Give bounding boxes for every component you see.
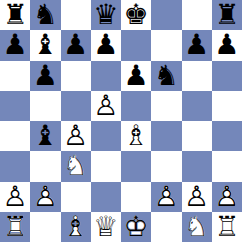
square-g2[interactable]: ♟♙ xyxy=(182,182,212,212)
piece-white-bishop[interactable]: ♝♗ xyxy=(124,121,149,151)
square-g8[interactable] xyxy=(182,0,212,30)
piece-black-pawn[interactable]: ♟ xyxy=(3,30,28,60)
square-h8[interactable]: ♜ xyxy=(212,0,242,30)
square-g7[interactable]: ♟ xyxy=(182,30,212,60)
square-a1[interactable]: ♜♖ xyxy=(0,212,30,242)
square-c5[interactable] xyxy=(61,91,91,121)
piece-black-pawn[interactable]: ♟ xyxy=(214,30,239,60)
white-piece-outline: ♙ xyxy=(93,89,118,122)
piece-white-rook[interactable]: ♜♖ xyxy=(214,212,239,242)
white-piece-outline: ♖ xyxy=(214,210,239,242)
piece-black-rook[interactable]: ♜ xyxy=(3,0,28,30)
piece-black-bishop[interactable]: ♝ xyxy=(33,121,58,151)
square-h4[interactable] xyxy=(212,121,242,151)
square-c2[interactable] xyxy=(61,182,91,212)
square-a5[interactable] xyxy=(0,91,30,121)
square-e3[interactable] xyxy=(121,151,151,181)
square-b7[interactable]: ♝ xyxy=(30,30,60,60)
square-a2[interactable]: ♟♙ xyxy=(0,182,30,212)
square-e8[interactable]: ♚ xyxy=(121,0,151,30)
square-g5[interactable] xyxy=(182,91,212,121)
square-g1[interactable]: ♞♘ xyxy=(182,212,212,242)
square-h2[interactable]: ♟♙ xyxy=(212,182,242,212)
white-piece-outline: ♗ xyxy=(124,119,149,152)
white-piece-outline: ♙ xyxy=(33,180,58,213)
square-b8[interactable]: ♞ xyxy=(30,0,60,30)
square-h3[interactable] xyxy=(212,151,242,181)
piece-black-pawn[interactable]: ♟ xyxy=(63,30,88,60)
white-piece-outline: ♔ xyxy=(124,210,149,242)
square-b6[interactable]: ♟ xyxy=(30,61,60,91)
piece-black-bishop[interactable]: ♝ xyxy=(33,30,58,60)
square-c7[interactable]: ♟ xyxy=(61,30,91,60)
square-a6[interactable] xyxy=(0,61,30,91)
piece-black-pawn[interactable]: ♟ xyxy=(124,61,149,91)
white-piece-outline: ♖ xyxy=(3,210,28,242)
white-piece-outline: ♕ xyxy=(93,210,118,242)
piece-white-pawn[interactable]: ♟♙ xyxy=(3,182,28,212)
square-g3[interactable] xyxy=(182,151,212,181)
square-c4[interactable]: ♟♙ xyxy=(61,121,91,151)
square-a4[interactable] xyxy=(0,121,30,151)
square-b2[interactable]: ♟♙ xyxy=(30,182,60,212)
square-e2[interactable] xyxy=(121,182,151,212)
piece-black-knight[interactable]: ♞ xyxy=(154,61,179,91)
square-c8[interactable] xyxy=(61,0,91,30)
square-d3[interactable] xyxy=(91,151,121,181)
white-piece-outline: ♙ xyxy=(184,180,209,213)
piece-black-pawn[interactable]: ♟ xyxy=(184,30,209,60)
square-e4[interactable]: ♝♗ xyxy=(121,121,151,151)
square-a3[interactable] xyxy=(0,151,30,181)
square-d7[interactable]: ♟ xyxy=(91,30,121,60)
square-f3[interactable] xyxy=(151,151,181,181)
square-d1[interactable]: ♛♕ xyxy=(91,212,121,242)
piece-white-bishop[interactable]: ♝♗ xyxy=(63,212,88,242)
piece-black-pawn[interactable]: ♟ xyxy=(93,30,118,60)
piece-white-pawn[interactable]: ♟♙ xyxy=(93,91,118,121)
chess-board: ♜♞♛♚♜♟♝♟♟♟♟♟♟♞♟♙♝♟♙♝♗♞♘♟♙♟♙♟♙♟♙♟♙♜♖♝♗♛♕♚… xyxy=(0,0,242,242)
square-d2[interactable] xyxy=(91,182,121,212)
white-piece-outline: ♗ xyxy=(63,210,88,242)
piece-white-queen[interactable]: ♛♕ xyxy=(93,212,118,242)
square-d6[interactable] xyxy=(91,61,121,91)
piece-white-pawn[interactable]: ♟♙ xyxy=(214,182,239,212)
piece-white-knight[interactable]: ♞♘ xyxy=(184,212,209,242)
square-c1[interactable]: ♝♗ xyxy=(61,212,91,242)
piece-black-king[interactable]: ♚ xyxy=(124,0,149,30)
square-h7[interactable]: ♟ xyxy=(212,30,242,60)
square-f8[interactable] xyxy=(151,0,181,30)
square-f2[interactable]: ♟♙ xyxy=(151,182,181,212)
square-g6[interactable] xyxy=(182,61,212,91)
white-piece-outline: ♙ xyxy=(3,180,28,213)
square-e5[interactable] xyxy=(121,91,151,121)
piece-black-queen[interactable]: ♛ xyxy=(93,0,118,30)
square-e1[interactable]: ♚♔ xyxy=(121,212,151,242)
piece-black-pawn[interactable]: ♟ xyxy=(33,61,58,91)
square-a7[interactable]: ♟ xyxy=(0,30,30,60)
square-h6[interactable] xyxy=(212,61,242,91)
square-a8[interactable]: ♜ xyxy=(0,0,30,30)
piece-white-knight[interactable]: ♞♘ xyxy=(63,151,88,181)
white-piece-outline: ♘ xyxy=(63,149,88,182)
square-e7[interactable] xyxy=(121,30,151,60)
white-piece-outline: ♙ xyxy=(154,180,179,213)
piece-white-pawn[interactable]: ♟♙ xyxy=(184,182,209,212)
square-f4[interactable] xyxy=(151,121,181,151)
piece-white-pawn[interactable]: ♟♙ xyxy=(33,182,58,212)
piece-black-rook[interactable]: ♜ xyxy=(214,0,239,30)
square-e6[interactable]: ♟ xyxy=(121,61,151,91)
square-b3[interactable] xyxy=(30,151,60,181)
square-f5[interactable] xyxy=(151,91,181,121)
square-d5[interactable]: ♟♙ xyxy=(91,91,121,121)
white-piece-outline: ♙ xyxy=(63,119,88,152)
square-d8[interactable]: ♛ xyxy=(91,0,121,30)
piece-white-rook[interactable]: ♜♖ xyxy=(3,212,28,242)
square-b1[interactable] xyxy=(30,212,60,242)
white-piece-outline: ♘ xyxy=(184,210,209,242)
piece-white-pawn[interactable]: ♟♙ xyxy=(154,182,179,212)
piece-white-pawn[interactable]: ♟♙ xyxy=(63,121,88,151)
square-f7[interactable] xyxy=(151,30,181,60)
square-h1[interactable]: ♜♖ xyxy=(212,212,242,242)
square-b5[interactable] xyxy=(30,91,60,121)
square-d4[interactable] xyxy=(91,121,121,151)
square-g4[interactable] xyxy=(182,121,212,151)
square-c6[interactable] xyxy=(61,61,91,91)
square-f6[interactable]: ♞ xyxy=(151,61,181,91)
white-piece-outline: ♙ xyxy=(214,180,239,213)
square-f1[interactable] xyxy=(151,212,181,242)
square-h5[interactable] xyxy=(212,91,242,121)
square-c3[interactable]: ♞♘ xyxy=(61,151,91,181)
piece-black-knight[interactable]: ♞ xyxy=(33,0,58,30)
square-b4[interactable]: ♝ xyxy=(30,121,60,151)
piece-white-king[interactable]: ♚♔ xyxy=(124,212,149,242)
